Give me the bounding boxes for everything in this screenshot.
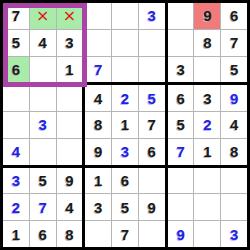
cell-r2c5[interactable]	[112, 30, 138, 56]
cell-r9c3[interactable]: 8	[57, 221, 83, 247]
box-r2c2: 425817936	[85, 85, 164, 164]
cell-r4c2[interactable]	[30, 85, 56, 111]
sudoku-board: 7××5436137968735344258179366395247183592…	[0, 0, 250, 250]
cell-r7c3[interactable]: 9	[57, 168, 83, 194]
box-r1c2: 37	[85, 3, 164, 82]
cell-r3c6[interactable]	[139, 57, 165, 83]
cell-r2c3[interactable]: 3	[57, 30, 83, 56]
cell-r1c8[interactable]: 9	[194, 3, 220, 29]
cell-r3c1[interactable]: 6	[3, 57, 29, 83]
cell-r4c6[interactable]: 5	[139, 85, 165, 111]
cell-r5c5[interactable]: 1	[112, 112, 138, 138]
cell-r8c7[interactable]	[168, 194, 194, 220]
cell-r3c5[interactable]	[112, 57, 138, 83]
cell-r7c5[interactable]: 6	[112, 168, 138, 194]
cell-r1c3[interactable]: ×	[57, 3, 83, 29]
cell-r9c8[interactable]	[194, 221, 220, 247]
cell-r3c2[interactable]	[30, 57, 56, 83]
cell-r2c9[interactable]: 7	[221, 30, 247, 56]
cell-r9c2[interactable]: 6	[30, 221, 56, 247]
cell-r1c1[interactable]: 7	[3, 3, 29, 29]
cell-r5c2[interactable]: 3	[30, 112, 56, 138]
box-r2c1: 34	[3, 85, 82, 164]
cell-r2c8[interactable]: 8	[194, 30, 220, 56]
cell-r6c4[interactable]: 9	[85, 139, 111, 165]
cell-r7c1[interactable]: 3	[3, 168, 29, 194]
cell-r9c1[interactable]: 1	[3, 221, 29, 247]
cell-r7c8[interactable]	[194, 168, 220, 194]
cell-r7c2[interactable]: 5	[30, 168, 56, 194]
cell-r8c9[interactable]	[221, 194, 247, 220]
cell-r2c1[interactable]: 5	[3, 30, 29, 56]
cell-r9c5[interactable]: 7	[112, 221, 138, 247]
cell-r9c9[interactable]: 3	[221, 221, 247, 247]
cell-r5c8[interactable]: 2	[194, 112, 220, 138]
cell-r1c7[interactable]	[168, 3, 194, 29]
cell-r4c9[interactable]: 9	[221, 85, 247, 111]
cell-r4c5[interactable]: 2	[112, 85, 138, 111]
box-r1c3: 968735	[168, 3, 247, 82]
cell-r4c1[interactable]	[3, 85, 29, 111]
cell-r5c4[interactable]: 8	[85, 112, 111, 138]
box-r3c3: 93	[168, 168, 247, 247]
cell-r7c7[interactable]	[168, 168, 194, 194]
box-r1c1: 7××54361	[3, 3, 82, 82]
cell-r9c4[interactable]	[85, 221, 111, 247]
cell-r3c8[interactable]	[194, 57, 220, 83]
cell-r7c6[interactable]	[139, 168, 165, 194]
cell-r5c7[interactable]: 5	[168, 112, 194, 138]
cell-r4c8[interactable]: 3	[194, 85, 220, 111]
cell-r6c8[interactable]: 1	[194, 139, 220, 165]
cell-r8c2[interactable]: 7	[30, 194, 56, 220]
cell-r5c6[interactable]: 7	[139, 112, 165, 138]
cell-r8c3[interactable]: 4	[57, 194, 83, 220]
cell-r2c2[interactable]: 4	[30, 30, 56, 56]
cell-r4c4[interactable]: 4	[85, 85, 111, 111]
cell-r7c9[interactable]	[221, 168, 247, 194]
cell-r5c1[interactable]	[3, 112, 29, 138]
box-r3c1: 359274168	[3, 168, 82, 247]
cell-r6c5[interactable]: 3	[112, 139, 138, 165]
cell-r6c7[interactable]: 7	[168, 139, 194, 165]
cell-r3c9[interactable]: 5	[221, 57, 247, 83]
cell-r9c7[interactable]: 9	[168, 221, 194, 247]
cell-r5c9[interactable]: 4	[221, 112, 247, 138]
cell-r4c3[interactable]	[57, 85, 83, 111]
cell-r8c8[interactable]	[194, 194, 220, 220]
box-r3c2: 163597	[85, 168, 164, 247]
cell-r6c2[interactable]	[30, 139, 56, 165]
cell-r5c3[interactable]	[57, 112, 83, 138]
cell-r6c3[interactable]	[57, 139, 83, 165]
cell-r3c7[interactable]: 3	[168, 57, 194, 83]
cell-r8c5[interactable]: 5	[112, 194, 138, 220]
cell-r1c9[interactable]: 6	[221, 3, 247, 29]
cell-r7c4[interactable]: 1	[85, 168, 111, 194]
box-r2c3: 639524718	[168, 85, 247, 164]
cell-r1c6[interactable]: 3	[139, 3, 165, 29]
cell-r8c6[interactable]: 9	[139, 194, 165, 220]
cell-r1c4[interactable]	[85, 3, 111, 29]
cell-r8c4[interactable]: 3	[85, 194, 111, 220]
cell-r2c7[interactable]	[168, 30, 194, 56]
cell-r8c1[interactable]: 2	[3, 194, 29, 220]
cell-r1c5[interactable]	[112, 3, 138, 29]
cell-r1c2[interactable]: ×	[30, 3, 56, 29]
cell-r2c4[interactable]	[85, 30, 111, 56]
cell-r3c4[interactable]: 7	[85, 57, 111, 83]
cell-r6c1[interactable]: 4	[3, 139, 29, 165]
cell-r6c9[interactable]: 8	[221, 139, 247, 165]
cell-r2c6[interactable]	[139, 30, 165, 56]
cell-r6c6[interactable]: 6	[139, 139, 165, 165]
cell-r9c6[interactable]	[139, 221, 165, 247]
cell-r4c7[interactable]: 6	[168, 85, 194, 111]
cell-r3c3[interactable]: 1	[57, 57, 83, 83]
